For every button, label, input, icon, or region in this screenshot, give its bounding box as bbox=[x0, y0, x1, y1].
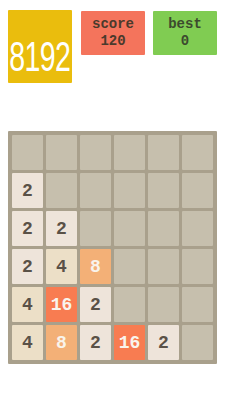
empty-cell bbox=[182, 325, 213, 360]
highest-tile: 8192 bbox=[8, 10, 72, 83]
empty-cell bbox=[114, 135, 145, 170]
best-box: best 0 bbox=[153, 11, 217, 55]
tile-2: 2 bbox=[12, 173, 43, 208]
empty-cell bbox=[12, 135, 43, 170]
highest-tile-value: 8192 bbox=[10, 35, 71, 83]
empty-cell bbox=[182, 173, 213, 208]
tile-8: 8 bbox=[46, 325, 77, 360]
board-grid[interactable]: 2222484162482162 bbox=[8, 131, 217, 364]
empty-cell bbox=[114, 173, 145, 208]
best-label: best bbox=[168, 17, 202, 32]
tile-2: 2 bbox=[80, 287, 111, 322]
tile-4: 4 bbox=[46, 249, 77, 284]
score-box: score 120 bbox=[81, 11, 145, 55]
empty-cell bbox=[148, 135, 179, 170]
empty-cell bbox=[80, 173, 111, 208]
empty-cell bbox=[114, 211, 145, 246]
tile-2: 2 bbox=[80, 325, 111, 360]
empty-cell bbox=[80, 211, 111, 246]
empty-cell bbox=[182, 249, 213, 284]
score-value: 120 bbox=[100, 34, 125, 49]
tile-16: 16 bbox=[46, 287, 77, 322]
best-value: 0 bbox=[181, 34, 189, 49]
empty-cell bbox=[148, 211, 179, 246]
empty-cell bbox=[148, 287, 179, 322]
empty-cell bbox=[80, 135, 111, 170]
tile-2: 2 bbox=[12, 249, 43, 284]
tile-2: 2 bbox=[148, 325, 179, 360]
empty-cell bbox=[46, 173, 77, 208]
tile-2: 2 bbox=[12, 211, 43, 246]
empty-cell bbox=[148, 173, 179, 208]
empty-cell bbox=[114, 287, 145, 322]
empty-cell bbox=[182, 287, 213, 322]
empty-cell bbox=[182, 211, 213, 246]
empty-cell bbox=[114, 249, 145, 284]
empty-cell bbox=[148, 249, 179, 284]
empty-cell bbox=[46, 135, 77, 170]
empty-cell bbox=[182, 135, 213, 170]
tile-4: 4 bbox=[12, 325, 43, 360]
tile-2: 2 bbox=[46, 211, 77, 246]
score-label: score bbox=[92, 17, 134, 32]
tile-8: 8 bbox=[80, 249, 111, 284]
tile-16: 16 bbox=[114, 325, 145, 360]
tile-4: 4 bbox=[12, 287, 43, 322]
